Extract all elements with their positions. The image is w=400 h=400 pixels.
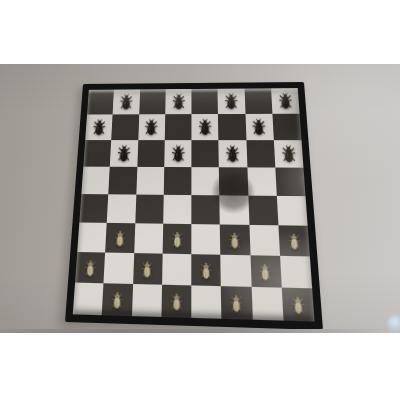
gold-beetle-piece (171, 229, 184, 248)
board-square-light (280, 256, 312, 288)
black-beetle-piece (119, 93, 133, 110)
board-square-dark (133, 253, 163, 285)
board-square-dark (75, 252, 105, 283)
black-beetle-piece (224, 93, 238, 110)
board-square-dark (102, 283, 133, 316)
black-beetle-piece (144, 118, 158, 136)
board-square-light (104, 253, 134, 284)
board-square-dark (83, 140, 111, 167)
board-square-dark (162, 224, 191, 254)
board-square-dark (250, 255, 281, 287)
board-square-light (163, 195, 191, 224)
board-square-light (221, 255, 252, 287)
gold-beetle-piece (170, 291, 183, 311)
board-square-light (271, 88, 300, 114)
board-square-dark (281, 288, 314, 322)
board-square-dark (218, 114, 246, 140)
white-margin-top (0, 0, 400, 64)
board-square-dark (219, 167, 248, 195)
board-square-dark (165, 114, 192, 140)
board-square-light (73, 283, 104, 316)
board-square-light (136, 167, 164, 195)
black-beetle-piece (278, 92, 293, 109)
board-square-light (219, 140, 247, 167)
gold-beetle-piece (228, 230, 241, 249)
board-square-dark (244, 88, 272, 114)
black-beetle-piece (252, 118, 267, 136)
board-square-light (274, 140, 304, 167)
board-square-dark (248, 196, 278, 226)
board-square-light (218, 89, 245, 114)
board-square-light (107, 194, 136, 223)
board-square-light (131, 284, 161, 317)
gold-beetle-piece (110, 289, 124, 309)
black-beetle-piece (225, 144, 240, 163)
gold-beetle-piece (290, 294, 305, 315)
board-square-dark (191, 89, 218, 114)
board-square-dark (111, 114, 138, 140)
scene (0, 0, 400, 400)
board-square-light (191, 285, 221, 318)
black-beetle-piece (198, 118, 212, 136)
board-square-dark (246, 140, 275, 167)
board-square-dark (87, 90, 114, 115)
black-beetle-piece (171, 144, 185, 162)
black-beetle-piece (171, 93, 185, 110)
board-square-dark (135, 195, 164, 224)
board-square-dark (105, 223, 134, 253)
board-square-light (249, 225, 280, 256)
board-square-dark (137, 140, 165, 167)
gold-beetle-piece (230, 292, 244, 313)
board-square-light (251, 287, 283, 321)
board-square-dark (278, 225, 310, 256)
board-square-light (191, 114, 218, 140)
wall-photo (0, 64, 400, 333)
shadow-box-interior (73, 88, 315, 321)
black-beetle-piece (92, 119, 107, 136)
board-square-dark (79, 194, 108, 223)
board-square-light (191, 167, 219, 195)
gold-beetle-piece (141, 259, 154, 278)
board-square-dark (108, 167, 136, 195)
board-square-dark (191, 254, 221, 286)
gold-beetle-piece (259, 261, 273, 281)
board-square-light (162, 254, 192, 286)
board-square-light (113, 89, 140, 114)
board-square-dark (191, 140, 219, 167)
board-square-dark (163, 167, 191, 195)
board-square-light (191, 224, 220, 255)
board-square-light (164, 140, 191, 167)
gold-beetle-piece (287, 231, 301, 250)
board-square-light (85, 114, 113, 140)
board-square-dark (221, 286, 252, 320)
board-square-light (245, 114, 274, 140)
gold-beetle-piece (199, 260, 212, 280)
picture-frame (65, 82, 323, 330)
board-square-dark (272, 114, 301, 141)
black-beetle-piece (281, 145, 297, 164)
board-square-light (138, 114, 165, 140)
board-square-dark (220, 224, 250, 255)
black-beetle-piece (117, 144, 132, 162)
board-square-light (134, 223, 163, 253)
blue-reflection (387, 315, 400, 332)
board-square-light (247, 167, 277, 195)
board-square-light (277, 196, 308, 226)
board-square-light (77, 222, 107, 252)
board-square-light (110, 140, 138, 167)
board-square-dark (161, 285, 191, 318)
gold-beetle-piece (114, 229, 127, 248)
checkerboard (73, 88, 315, 321)
board-square-dark (191, 195, 220, 224)
board-square-light (81, 167, 110, 195)
white-margin-bottom (0, 333, 400, 400)
board-square-dark (139, 89, 166, 114)
gold-beetle-piece (83, 258, 97, 277)
board-square-light (165, 89, 191, 114)
board-square-dark (275, 168, 305, 197)
board-square-light (220, 195, 249, 225)
